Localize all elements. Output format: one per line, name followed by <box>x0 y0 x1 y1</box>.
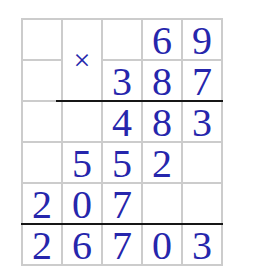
cell-r1c4: 6 <box>143 20 181 59</box>
cell-r4c5 <box>183 143 221 182</box>
cell-r6c1: 2 <box>23 225 61 264</box>
cell-r6c5: 3 <box>183 225 221 264</box>
cell-r2c1 <box>23 61 61 100</box>
multiplier-rule-line <box>56 100 223 102</box>
cell-r2c4: 8 <box>143 61 181 100</box>
cell-r4c3: 5 <box>103 143 141 182</box>
cell-r1c3 <box>103 20 141 59</box>
cell-r3c5: 3 <box>183 102 221 141</box>
cell-r2c5: 7 <box>183 61 221 100</box>
cell-r5c2: 0 <box>63 184 101 223</box>
cell-r1c1 <box>23 20 61 59</box>
cell-r5c3: 7 <box>103 184 141 223</box>
cell-r2c3: 3 <box>103 61 141 100</box>
cell-r3c1 <box>23 102 61 141</box>
cell-r4c4: 2 <box>143 143 181 182</box>
cell-r4c2: 5 <box>63 143 101 182</box>
cell-r6c3: 7 <box>103 225 141 264</box>
cell-r5c5 <box>183 184 221 223</box>
cell-r3c2 <box>63 102 101 141</box>
cell-r1c5: 9 <box>183 20 221 59</box>
cell-r6c2: 6 <box>63 225 101 264</box>
cell-r3c4: 8 <box>143 102 181 141</box>
cell-r3c3: 4 <box>103 102 141 141</box>
cell-r5c4 <box>143 184 181 223</box>
operator-cell: × <box>63 20 101 100</box>
cell-r5c1: 2 <box>23 184 61 223</box>
cell-r4c1 <box>23 143 61 182</box>
multiplication-grid: 69×38748355220726703 <box>21 18 223 266</box>
cell-r6c4: 0 <box>143 225 181 264</box>
sum-rule-line <box>21 223 223 225</box>
